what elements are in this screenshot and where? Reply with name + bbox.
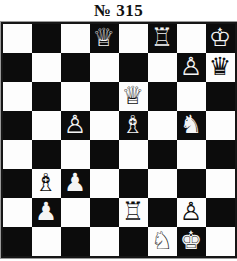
square-b8[interactable]: [32, 24, 61, 53]
square-d4[interactable]: [90, 140, 119, 169]
square-e8[interactable]: [119, 24, 148, 53]
white-bishop-piece: ♗: [35, 168, 57, 197]
square-c2[interactable]: [61, 198, 90, 227]
square-g6[interactable]: [177, 82, 206, 111]
square-c8[interactable]: [61, 24, 90, 53]
square-h6[interactable]: [206, 82, 235, 111]
square-e4[interactable]: [119, 140, 148, 169]
square-e6[interactable]: ♕: [119, 82, 148, 111]
square-h3[interactable]: [206, 169, 235, 198]
square-d3[interactable]: [90, 169, 119, 198]
square-g1[interactable]: ♚: [177, 227, 206, 256]
square-a1[interactable]: [3, 227, 32, 256]
white-knight-piece: ♘: [151, 226, 173, 255]
square-e3[interactable]: [119, 169, 148, 198]
square-h5[interactable]: [206, 111, 235, 140]
square-g7[interactable]: ♙: [177, 53, 206, 82]
white-queen-piece: ♕: [93, 23, 115, 52]
square-c7[interactable]: [61, 53, 90, 82]
black-king-piece: ♚: [180, 226, 202, 255]
square-g8[interactable]: [177, 24, 206, 53]
white-bishop-piece: ♗: [122, 110, 144, 139]
square-f5[interactable]: [148, 111, 177, 140]
square-d5[interactable]: [90, 111, 119, 140]
white-king-piece: ♔: [209, 23, 231, 52]
square-f4[interactable]: [148, 140, 177, 169]
white-rook-piece: ♖: [151, 23, 173, 52]
square-g2[interactable]: ♙: [177, 198, 206, 227]
square-b4[interactable]: [32, 140, 61, 169]
black-pawn-piece: ♟: [64, 168, 86, 197]
square-a7[interactable]: [3, 53, 32, 82]
square-g5[interactable]: ♞: [177, 111, 206, 140]
white-queen-piece: ♕: [122, 81, 144, 110]
square-f2[interactable]: [148, 198, 177, 227]
square-d2[interactable]: [90, 198, 119, 227]
square-a6[interactable]: [3, 82, 32, 111]
square-d7[interactable]: [90, 53, 119, 82]
white-pawn-piece: ♙: [180, 52, 202, 81]
square-h8[interactable]: ♔: [206, 24, 235, 53]
square-c3[interactable]: ♟: [61, 169, 90, 198]
square-d8[interactable]: ♕: [90, 24, 119, 53]
black-queen-piece: ♛: [209, 52, 231, 81]
problem-number-title: № 315: [0, 0, 237, 22]
square-d6[interactable]: [90, 82, 119, 111]
chess-problem-page: № 315 ♕♖♔♙♛♕♙♗♞♗♟♟♖♙♘♚: [0, 0, 237, 261]
square-b1[interactable]: [32, 227, 61, 256]
square-h2[interactable]: [206, 198, 235, 227]
square-f6[interactable]: [148, 82, 177, 111]
square-a8[interactable]: [3, 24, 32, 53]
square-b5[interactable]: [32, 111, 61, 140]
square-h7[interactable]: ♛: [206, 53, 235, 82]
black-pawn-piece: ♟: [35, 197, 57, 226]
square-f1[interactable]: ♘: [148, 227, 177, 256]
square-a4[interactable]: [3, 140, 32, 169]
square-f8[interactable]: ♖: [148, 24, 177, 53]
board-frame: ♕♖♔♙♛♕♙♗♞♗♟♟♖♙♘♚: [0, 22, 237, 258]
square-b2[interactable]: ♟: [32, 198, 61, 227]
square-e1[interactable]: [119, 227, 148, 256]
square-b6[interactable]: [32, 82, 61, 111]
square-f3[interactable]: [148, 169, 177, 198]
square-h4[interactable]: [206, 140, 235, 169]
square-c6[interactable]: [61, 82, 90, 111]
chess-board: ♕♖♔♙♛♕♙♗♞♗♟♟♖♙♘♚: [1, 22, 237, 258]
square-a2[interactable]: [3, 198, 32, 227]
white-pawn-piece: ♙: [180, 197, 202, 226]
square-f7[interactable]: [148, 53, 177, 82]
square-a5[interactable]: [3, 111, 32, 140]
square-c5[interactable]: ♙: [61, 111, 90, 140]
square-h1[interactable]: [206, 227, 235, 256]
square-e2[interactable]: ♖: [119, 198, 148, 227]
black-knight-piece: ♞: [180, 110, 202, 139]
white-pawn-piece: ♙: [64, 110, 86, 139]
square-b7[interactable]: [32, 53, 61, 82]
square-c4[interactable]: [61, 140, 90, 169]
square-b3[interactable]: ♗: [32, 169, 61, 198]
square-c1[interactable]: [61, 227, 90, 256]
square-g3[interactable]: [177, 169, 206, 198]
square-d1[interactable]: [90, 227, 119, 256]
square-a3[interactable]: [3, 169, 32, 198]
white-rook-piece: ♖: [122, 197, 144, 226]
square-e7[interactable]: [119, 53, 148, 82]
square-g4[interactable]: [177, 140, 206, 169]
square-e5[interactable]: ♗: [119, 111, 148, 140]
